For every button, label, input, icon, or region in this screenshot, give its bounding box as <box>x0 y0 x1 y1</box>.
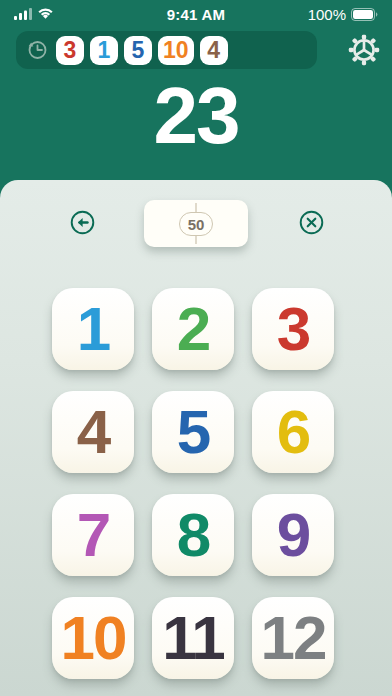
number-key-9[interactable]: 9 <box>252 494 334 576</box>
number-key-5[interactable]: 5 <box>152 391 234 473</box>
number-key-8[interactable]: 8 <box>152 494 234 576</box>
settings-button[interactable] <box>347 33 381 67</box>
game-panel: 50 1 2 3 4 5 6 7 8 9 10 11 12 <box>0 180 392 696</box>
back-button[interactable] <box>70 210 95 235</box>
status-time: 9:41 AM <box>0 6 392 23</box>
target-value: 50 <box>179 212 213 236</box>
number-key-1[interactable]: 1 <box>52 288 134 370</box>
current-sum: 23 <box>0 76 392 156</box>
history-bar: 3 1 5 10 4 <box>16 31 317 69</box>
history-chip-list: 3 1 5 10 4 <box>56 36 228 65</box>
target-picker[interactable]: 50 <box>144 200 248 247</box>
number-keypad: 1 2 3 4 5 6 7 8 9 10 11 12 <box>52 288 334 679</box>
number-key-6[interactable]: 6 <box>252 391 334 473</box>
arrow-left-circle-icon <box>70 210 95 235</box>
number-key-12[interactable]: 12 <box>252 597 334 679</box>
app-screen: 9:41 AM 100% 3 1 5 10 4 <box>0 0 392 696</box>
history-chip: 3 <box>56 36 84 65</box>
number-key-3[interactable]: 3 <box>252 288 334 370</box>
number-key-7[interactable]: 7 <box>52 494 134 576</box>
x-circle-icon <box>299 210 324 235</box>
number-key-2[interactable]: 2 <box>152 288 234 370</box>
number-key-4[interactable]: 4 <box>52 391 134 473</box>
history-chip: 10 <box>158 36 194 65</box>
status-bar: 9:41 AM 100% <box>0 0 392 28</box>
history-chip: 4 <box>200 36 228 65</box>
gear-icon <box>348 34 380 66</box>
number-key-10[interactable]: 10 <box>52 597 134 679</box>
history-chip: 5 <box>124 36 152 65</box>
history-clock-icon <box>25 38 49 62</box>
close-button[interactable] <box>299 210 324 235</box>
number-key-11[interactable]: 11 <box>152 597 234 679</box>
history-chip: 1 <box>90 36 118 65</box>
